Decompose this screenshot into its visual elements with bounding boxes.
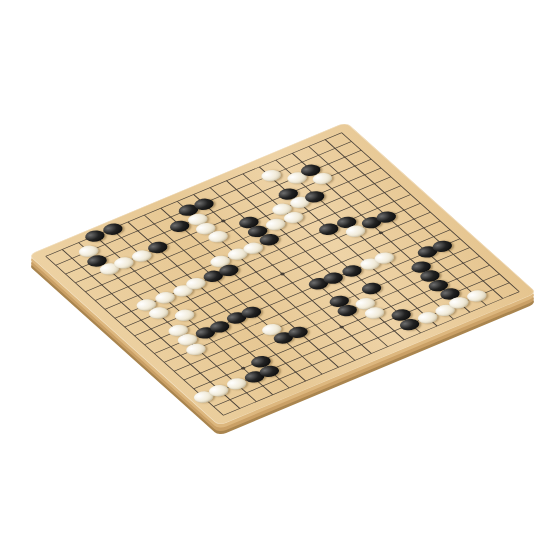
star-point <box>240 366 246 370</box>
star-point <box>339 325 345 329</box>
star-point <box>220 219 226 223</box>
star-point <box>378 231 384 235</box>
go-board <box>28 122 537 426</box>
star-point <box>279 272 285 276</box>
photo-scene <box>0 0 560 560</box>
